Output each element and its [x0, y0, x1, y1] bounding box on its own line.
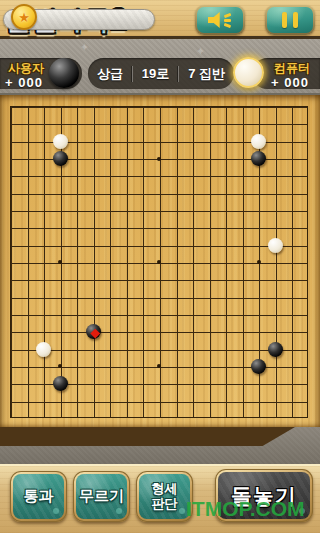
board-cell[interactable]	[251, 115, 268, 132]
board-cell[interactable]	[85, 185, 102, 202]
board-cell[interactable]	[2, 167, 19, 184]
board-cell[interactable]	[218, 237, 235, 254]
board-cell[interactable]	[35, 202, 52, 219]
board-cell[interactable]	[35, 306, 52, 323]
board-cell[interactable]	[52, 202, 69, 219]
board-cell[interactable]	[135, 202, 152, 219]
board-cell[interactable]	[267, 98, 284, 115]
board-cell[interactable]	[300, 358, 317, 375]
board-cell[interactable]	[135, 115, 152, 132]
board-cell[interactable]	[151, 323, 168, 340]
board-cell[interactable]	[300, 98, 317, 115]
board-cell[interactable]	[85, 358, 102, 375]
board-cell[interactable]	[184, 358, 201, 375]
board-cell[interactable]	[284, 115, 301, 132]
board-cell[interactable]	[251, 392, 268, 409]
board-cell[interactable]	[19, 306, 36, 323]
board-cell[interactable]	[35, 410, 52, 427]
board-cell[interactable]	[300, 306, 317, 323]
board-cell[interactable]	[251, 202, 268, 219]
board-cell[interactable]	[267, 167, 284, 184]
board-cell[interactable]	[201, 185, 218, 202]
board-cell[interactable]	[201, 219, 218, 236]
board-cell[interactable]	[135, 340, 152, 357]
board-cell[interactable]	[118, 133, 135, 150]
board-cell[interactable]	[68, 392, 85, 409]
board-cell[interactable]	[135, 323, 152, 340]
board-cell[interactable]	[68, 358, 85, 375]
board-cell[interactable]	[267, 271, 284, 288]
board-cell[interactable]	[234, 185, 251, 202]
board-cell[interactable]	[234, 133, 251, 150]
board-cell[interactable]	[234, 288, 251, 305]
board-cell[interactable]	[101, 358, 118, 375]
board-cell[interactable]	[101, 219, 118, 236]
board-cell[interactable]	[184, 254, 201, 271]
board-cell[interactable]	[201, 340, 218, 357]
board-cell[interactable]	[52, 410, 69, 427]
board-cell[interactable]	[85, 271, 102, 288]
board-cell[interactable]	[52, 340, 69, 357]
board-cell[interactable]	[300, 219, 317, 236]
board-cell[interactable]	[101, 323, 118, 340]
board-cell[interactable]	[168, 340, 185, 357]
board-cell[interactable]	[2, 150, 19, 167]
board-cell[interactable]	[300, 133, 317, 150]
board-cell[interactable]	[85, 219, 102, 236]
board-cell[interactable]	[118, 410, 135, 427]
board-cell[interactable]	[118, 150, 135, 167]
board-cell[interactable]	[168, 167, 185, 184]
board-cell[interactable]	[184, 410, 201, 427]
board-cell[interactable]	[168, 133, 185, 150]
board-cell[interactable]	[52, 375, 69, 392]
board-cell[interactable]	[151, 150, 168, 167]
board-cell[interactable]	[118, 288, 135, 305]
board-cell[interactable]	[19, 323, 36, 340]
board-cell[interactable]	[234, 98, 251, 115]
board-cell[interactable]	[118, 358, 135, 375]
board-cell[interactable]	[168, 306, 185, 323]
board-cell[interactable]	[284, 288, 301, 305]
board-cell[interactable]	[151, 271, 168, 288]
board-cell[interactable]	[218, 323, 235, 340]
board-cell[interactable]	[284, 323, 301, 340]
board-cell[interactable]	[168, 392, 185, 409]
board-cell[interactable]	[19, 288, 36, 305]
board-cell[interactable]	[35, 392, 52, 409]
board-cell[interactable]	[234, 167, 251, 184]
board-cell[interactable]	[284, 202, 301, 219]
board-cell[interactable]	[118, 185, 135, 202]
board-cell[interactable]	[168, 185, 185, 202]
board-cell[interactable]	[101, 254, 118, 271]
board-cell[interactable]	[184, 202, 201, 219]
board-cell[interactable]	[184, 237, 201, 254]
board-cell[interactable]	[52, 167, 69, 184]
board-cell[interactable]	[135, 150, 152, 167]
board-cell[interactable]	[201, 254, 218, 271]
board-cell[interactable]	[52, 98, 69, 115]
board-cell[interactable]	[201, 237, 218, 254]
board-cell[interactable]	[2, 115, 19, 132]
board-cell[interactable]	[151, 340, 168, 357]
board-cell[interactable]	[300, 185, 317, 202]
board-cell[interactable]	[68, 219, 85, 236]
board-cell[interactable]	[118, 167, 135, 184]
board-cell[interactable]	[68, 98, 85, 115]
sound-button[interactable]	[195, 5, 245, 35]
board-cell[interactable]	[151, 219, 168, 236]
board-cell[interactable]	[19, 392, 36, 409]
board-cell[interactable]	[284, 375, 301, 392]
board-cell[interactable]	[184, 150, 201, 167]
board-cell[interactable]	[201, 271, 218, 288]
board-cell[interactable]	[234, 358, 251, 375]
board-cell[interactable]	[284, 392, 301, 409]
undo-button[interactable]: 무르기	[73, 471, 130, 522]
board-cell[interactable]	[101, 375, 118, 392]
board-cell[interactable]	[52, 392, 69, 409]
board-cell[interactable]	[168, 202, 185, 219]
board-cell[interactable]	[184, 271, 201, 288]
board-cell[interactable]	[234, 340, 251, 357]
board-cell[interactable]	[201, 358, 218, 375]
board-cell[interactable]	[135, 133, 152, 150]
board-cell[interactable]	[19, 375, 36, 392]
board-cell[interactable]	[284, 306, 301, 323]
board-cell[interactable]	[267, 219, 284, 236]
board-cell[interactable]	[267, 254, 284, 271]
board-cell[interactable]	[201, 323, 218, 340]
board-cell[interactable]	[151, 133, 168, 150]
board-cell[interactable]	[300, 271, 317, 288]
board-cell[interactable]	[35, 375, 52, 392]
board-cell[interactable]	[168, 323, 185, 340]
board-cell[interactable]	[68, 254, 85, 271]
board-cell[interactable]	[35, 254, 52, 271]
board-cell[interactable]	[19, 358, 36, 375]
board-cell[interactable]	[19, 202, 36, 219]
board-cell[interactable]	[234, 323, 251, 340]
board-cell[interactable]	[168, 237, 185, 254]
board-cell[interactable]	[135, 306, 152, 323]
board-cell[interactable]	[52, 288, 69, 305]
board-cell[interactable]	[2, 185, 19, 202]
board-cell[interactable]	[101, 167, 118, 184]
board-cell[interactable]	[85, 288, 102, 305]
board-cell[interactable]	[234, 375, 251, 392]
board-cell[interactable]	[35, 271, 52, 288]
board-cell[interactable]	[135, 254, 152, 271]
board-cell[interactable]	[52, 237, 69, 254]
board-cell[interactable]	[101, 392, 118, 409]
board-cell[interactable]	[85, 323, 102, 340]
board-cell[interactable]	[19, 254, 36, 271]
board-cell[interactable]	[267, 392, 284, 409]
board-cell[interactable]	[284, 237, 301, 254]
board-cell[interactable]	[52, 323, 69, 340]
board-cell[interactable]	[85, 150, 102, 167]
board-cell[interactable]	[85, 254, 102, 271]
board-cell[interactable]	[251, 358, 268, 375]
board-cell[interactable]	[168, 115, 185, 132]
board-cell[interactable]	[85, 306, 102, 323]
board-cell[interactable]	[101, 133, 118, 150]
board-cell[interactable]	[201, 115, 218, 132]
board-cell[interactable]	[251, 133, 268, 150]
board-cell[interactable]	[151, 306, 168, 323]
board-cell[interactable]	[184, 392, 201, 409]
board-cell[interactable]	[300, 340, 317, 357]
board-cell[interactable]	[267, 375, 284, 392]
board-cell[interactable]	[52, 150, 69, 167]
board-cell[interactable]	[300, 392, 317, 409]
board-cell[interactable]	[284, 150, 301, 167]
board-cell[interactable]	[52, 115, 69, 132]
board-cell[interactable]	[218, 219, 235, 236]
board-cell[interactable]	[218, 340, 235, 357]
board-cell[interactable]	[151, 237, 168, 254]
board-cell[interactable]	[267, 202, 284, 219]
board-cell[interactable]	[300, 254, 317, 271]
board-cell[interactable]	[101, 288, 118, 305]
board-cell[interactable]	[101, 185, 118, 202]
board-cell[interactable]	[218, 410, 235, 427]
board-cell[interactable]	[135, 98, 152, 115]
board-cell[interactable]	[2, 133, 19, 150]
board-cell[interactable]	[218, 202, 235, 219]
board-cell[interactable]	[2, 410, 19, 427]
pause-button[interactable]	[265, 5, 315, 35]
board-cell[interactable]	[251, 410, 268, 427]
board-cell[interactable]	[68, 306, 85, 323]
board-cell[interactable]	[19, 219, 36, 236]
board-cell[interactable]	[201, 133, 218, 150]
board-cell[interactable]	[101, 150, 118, 167]
board-cell[interactable]	[151, 375, 168, 392]
board-cell[interactable]	[118, 323, 135, 340]
board-cell[interactable]	[35, 237, 52, 254]
board-cell[interactable]	[300, 323, 317, 340]
board-cell[interactable]	[184, 98, 201, 115]
board-cell[interactable]	[35, 219, 52, 236]
board-cell[interactable]	[118, 271, 135, 288]
board-cell[interactable]	[251, 219, 268, 236]
board-cell[interactable]	[35, 133, 52, 150]
board-cell[interactable]	[151, 202, 168, 219]
board-cell[interactable]	[118, 115, 135, 132]
board-cell[interactable]	[234, 306, 251, 323]
board-cell[interactable]	[101, 271, 118, 288]
board-cell[interactable]	[101, 237, 118, 254]
board-cell[interactable]	[35, 358, 52, 375]
board-cell[interactable]	[85, 115, 102, 132]
board-cell[interactable]	[251, 237, 268, 254]
board-cell[interactable]	[168, 219, 185, 236]
board-cell[interactable]	[135, 358, 152, 375]
board-cell[interactable]	[201, 392, 218, 409]
board-cell[interactable]	[68, 410, 85, 427]
board-cell[interactable]	[251, 167, 268, 184]
board-cell[interactable]	[168, 98, 185, 115]
board-cell[interactable]	[151, 288, 168, 305]
board-cell[interactable]	[168, 288, 185, 305]
board-cell[interactable]	[251, 306, 268, 323]
board-cell[interactable]	[168, 254, 185, 271]
board-cell[interactable]	[101, 202, 118, 219]
board-cell[interactable]	[151, 410, 168, 427]
board-cell[interactable]	[118, 219, 135, 236]
board-cell[interactable]	[284, 98, 301, 115]
board-cell[interactable]	[2, 254, 19, 271]
board-cell[interactable]	[68, 271, 85, 288]
board-cell[interactable]	[267, 323, 284, 340]
pass-button[interactable]: 통과	[10, 471, 67, 522]
board-cell[interactable]	[284, 133, 301, 150]
board-cell[interactable]	[184, 306, 201, 323]
board-cell[interactable]	[19, 185, 36, 202]
board-cell[interactable]	[184, 167, 201, 184]
board-cell[interactable]	[135, 375, 152, 392]
board-cell[interactable]	[300, 202, 317, 219]
board-cell[interactable]	[300, 237, 317, 254]
board-cell[interactable]	[68, 115, 85, 132]
board-cell[interactable]	[118, 98, 135, 115]
board-cell[interactable]	[218, 150, 235, 167]
board-cell[interactable]	[201, 288, 218, 305]
board-cell[interactable]	[101, 340, 118, 357]
board-cell[interactable]	[68, 340, 85, 357]
board-cell[interactable]	[234, 392, 251, 409]
board-cell[interactable]	[284, 167, 301, 184]
board-cell[interactable]	[135, 167, 152, 184]
board-cell[interactable]	[251, 323, 268, 340]
board-cell[interactable]	[267, 133, 284, 150]
board-cell[interactable]	[85, 375, 102, 392]
board-cell[interactable]	[135, 237, 152, 254]
board-cell[interactable]	[135, 185, 152, 202]
board-cell[interactable]	[19, 167, 36, 184]
board-cell[interactable]	[284, 358, 301, 375]
board-cell[interactable]	[52, 133, 69, 150]
board-cell[interactable]	[135, 271, 152, 288]
board-cell[interactable]	[35, 167, 52, 184]
board-cell[interactable]	[2, 237, 19, 254]
board-cell[interactable]	[52, 219, 69, 236]
board-cell[interactable]	[218, 115, 235, 132]
board-cell[interactable]	[135, 288, 152, 305]
board-cell[interactable]	[68, 133, 85, 150]
board-cell[interactable]	[267, 150, 284, 167]
board-cell[interactable]	[35, 98, 52, 115]
board-cell[interactable]	[218, 167, 235, 184]
board-cell[interactable]	[184, 133, 201, 150]
board-cell[interactable]	[184, 288, 201, 305]
board-cell[interactable]	[118, 237, 135, 254]
board-cell[interactable]	[135, 410, 152, 427]
board-cell[interactable]	[251, 254, 268, 271]
position-judgement-button[interactable]: 형세 판단	[136, 471, 193, 522]
board-cell[interactable]	[118, 375, 135, 392]
board-cell[interactable]	[151, 392, 168, 409]
board-cell[interactable]	[19, 410, 36, 427]
board-cell[interactable]	[151, 98, 168, 115]
board-cell[interactable]	[168, 358, 185, 375]
board-cell[interactable]	[118, 306, 135, 323]
board-cell[interactable]	[85, 133, 102, 150]
board-cell[interactable]	[151, 115, 168, 132]
board-cell[interactable]	[251, 340, 268, 357]
board-cell[interactable]	[251, 150, 268, 167]
board-cell[interactable]	[85, 392, 102, 409]
board-cell[interactable]	[135, 392, 152, 409]
board-cell[interactable]	[168, 410, 185, 427]
board-cell[interactable]	[234, 115, 251, 132]
board-cell[interactable]	[19, 150, 36, 167]
board-cell[interactable]	[2, 375, 19, 392]
board-cell[interactable]	[218, 306, 235, 323]
board-cell[interactable]	[218, 98, 235, 115]
board-cell[interactable]	[218, 288, 235, 305]
board-cell[interactable]	[300, 375, 317, 392]
board-cell[interactable]	[135, 219, 152, 236]
board-cell[interactable]	[118, 254, 135, 271]
board-cell[interactable]	[68, 150, 85, 167]
board-cell[interactable]	[151, 185, 168, 202]
board-cell[interactable]	[218, 185, 235, 202]
board-cell[interactable]	[251, 98, 268, 115]
board-cell[interactable]	[300, 115, 317, 132]
board-cell[interactable]	[118, 392, 135, 409]
board-cell[interactable]	[218, 375, 235, 392]
board-cell[interactable]	[2, 98, 19, 115]
board-cell[interactable]	[218, 392, 235, 409]
board-cell[interactable]	[168, 150, 185, 167]
board-cell[interactable]	[2, 306, 19, 323]
board-cell[interactable]	[234, 271, 251, 288]
board-cell[interactable]	[2, 271, 19, 288]
board-cell[interactable]	[267, 306, 284, 323]
board-cell[interactable]	[19, 340, 36, 357]
board-cell[interactable]	[52, 185, 69, 202]
board-cell[interactable]	[267, 358, 284, 375]
board-cell[interactable]	[234, 219, 251, 236]
board-cell[interactable]	[151, 358, 168, 375]
board-cell[interactable]	[184, 115, 201, 132]
board-cell[interactable]	[101, 306, 118, 323]
board-cell[interactable]	[218, 133, 235, 150]
board-cell[interactable]	[52, 358, 69, 375]
board-cell[interactable]	[151, 254, 168, 271]
board-cell[interactable]	[251, 271, 268, 288]
board-cell[interactable]	[267, 185, 284, 202]
board-cell[interactable]	[68, 167, 85, 184]
board-cell[interactable]	[2, 358, 19, 375]
board-cell[interactable]	[2, 392, 19, 409]
board-cell[interactable]	[184, 219, 201, 236]
board-cell[interactable]	[284, 185, 301, 202]
board-cell[interactable]	[85, 237, 102, 254]
board-cell[interactable]	[2, 219, 19, 236]
board-cell[interactable]	[284, 410, 301, 427]
board-cell[interactable]	[52, 306, 69, 323]
board-cell[interactable]	[251, 375, 268, 392]
board-cell[interactable]	[68, 288, 85, 305]
board-cell[interactable]	[118, 340, 135, 357]
board-cell[interactable]	[168, 375, 185, 392]
board-cell[interactable]	[85, 98, 102, 115]
